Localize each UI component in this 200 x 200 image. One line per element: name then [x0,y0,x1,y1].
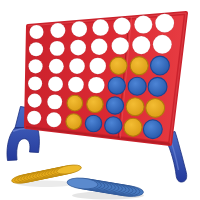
hole-empty-r1c7[interactable] [155,14,174,33]
hole-empty-r5c1[interactable] [28,94,42,108]
hole-empty-r2c4[interactable] [91,39,107,55]
hole-empty-r2c2[interactable] [50,41,65,56]
spare-disc-blue [67,177,99,190]
hole-empty-r3c3[interactable] [69,58,85,74]
disc-blue-r5c5 [106,97,123,114]
hole-empty-r2c6[interactable] [132,36,150,54]
giant-connect-four-scene [0,0,200,200]
hole-empty-r5c2[interactable] [47,94,62,109]
hole-empty-r4c4[interactable] [88,77,104,93]
disc-yellow-r5c7 [146,99,165,118]
hole-empty-r1c6[interactable] [134,16,152,34]
hole-empty-r1c2[interactable] [50,23,65,38]
hole-empty-r3c1[interactable] [29,59,43,73]
disc-blue-r4c7 [148,77,167,96]
hole-empty-r1c3[interactable] [71,21,87,37]
hole-empty-r6c2[interactable] [47,112,62,127]
hole-empty-r1c4[interactable] [92,19,108,35]
disc-yellow-r3c5 [110,57,127,74]
spare-disc-yellow [56,163,82,175]
disc-blue-r6c7 [143,120,162,139]
disc-blue-r4c6 [128,77,146,95]
hole-empty-r2c7[interactable] [153,35,172,54]
hole-empty-r2c5[interactable] [112,37,129,54]
hole-empty-r2c1[interactable] [29,42,43,56]
disc-blue-r3c7 [151,56,170,75]
disc-blue-r4c5 [108,77,125,94]
hole-empty-r1c5[interactable] [113,17,130,34]
connect-four-board-photo [0,0,200,200]
hole-empty-r2c3[interactable] [70,40,86,56]
hole-empty-r4c2[interactable] [48,77,63,92]
disc-yellow-r6c3 [66,114,82,130]
disc-blue-r6c4 [85,115,101,131]
hole-empty-r1c1[interactable] [29,25,43,39]
disc-yellow-r6c6 [124,118,142,136]
hole-empty-r6c1[interactable] [27,111,41,125]
disc-yellow-r5c6 [126,98,144,116]
disc-yellow-r5c3 [67,95,83,111]
disc-blue-r6c5 [105,117,122,134]
hole-empty-r4c3[interactable] [68,77,84,93]
hole-empty-r4c1[interactable] [28,76,42,90]
hole-empty-r3c2[interactable] [49,59,64,74]
disc-yellow-r5c4 [87,96,103,112]
disc-yellow-r3c6 [130,57,148,75]
hole-empty-r3c4[interactable] [90,58,106,74]
